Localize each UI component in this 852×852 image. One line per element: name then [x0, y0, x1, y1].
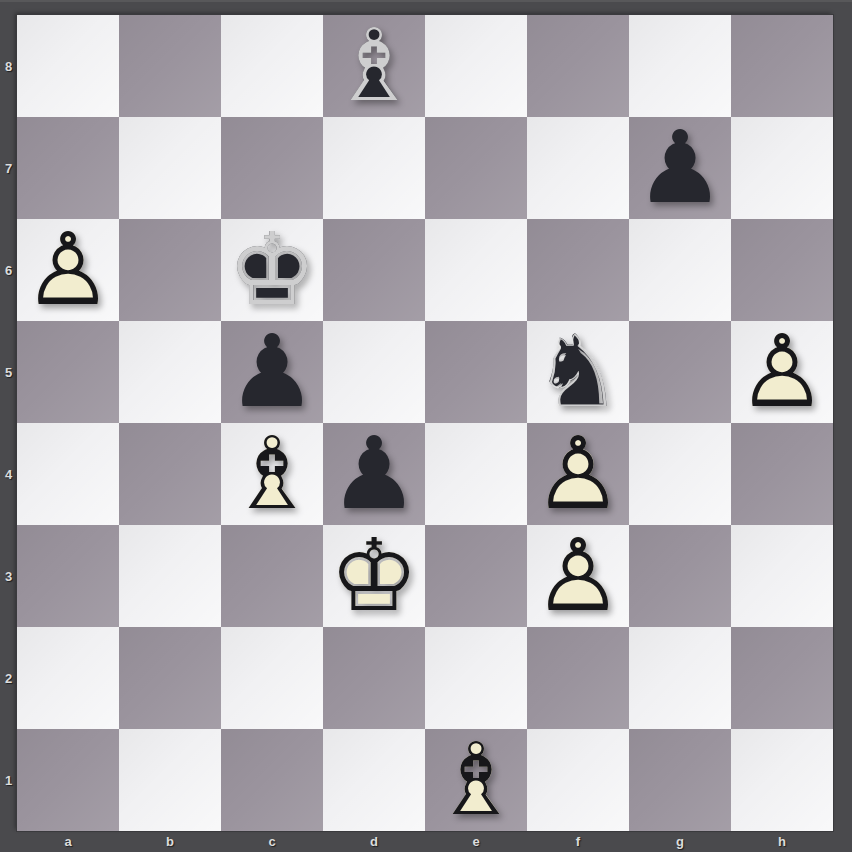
square-d4[interactable]: ♟ [323, 423, 425, 525]
square-f3[interactable]: ♟♙ [527, 525, 629, 627]
black-pawn: ♟ [221, 321, 323, 423]
square-f6[interactable] [527, 219, 629, 321]
square-h4[interactable] [731, 423, 833, 525]
square-b4[interactable] [119, 423, 221, 525]
white-king: ♚♔ [323, 525, 425, 627]
square-e8[interactable] [425, 15, 527, 117]
white-pawn: ♟♙ [731, 321, 833, 423]
white-pawn: ♟♙ [527, 525, 629, 627]
square-g8[interactable] [629, 15, 731, 117]
square-g2[interactable] [629, 627, 731, 729]
chess-board-frame: ♝♗♟♟♙♚♔♟♞♘♟♙♝♗♟♟♙♚♔♟♙♝♗ 87654321 abcdefg… [0, 0, 852, 852]
black-bishop-outline: ♗ [323, 15, 425, 117]
square-e7[interactable] [425, 117, 527, 219]
black-pawn-glyph: ♟ [323, 423, 425, 525]
black-knight-outline: ♘ [527, 321, 629, 423]
black-pawn: ♟ [629, 117, 731, 219]
file-label-h: h [731, 831, 833, 852]
square-d6[interactable] [323, 219, 425, 321]
square-h6[interactable] [731, 219, 833, 321]
square-b8[interactable] [119, 15, 221, 117]
square-d1[interactable] [323, 729, 425, 831]
square-h8[interactable] [731, 15, 833, 117]
square-c4[interactable]: ♝♗ [221, 423, 323, 525]
file-label-a: a [17, 831, 119, 852]
file-label-g: g [629, 831, 731, 852]
white-pawn-outline: ♙ [527, 423, 629, 525]
white-bishop-glyph: ♝ [221, 423, 323, 525]
file-label-d: d [323, 831, 425, 852]
square-f8[interactable] [527, 15, 629, 117]
white-pawn-glyph: ♟ [731, 321, 833, 423]
square-a6[interactable]: ♟♙ [17, 219, 119, 321]
black-knight: ♞♘ [527, 321, 629, 423]
square-a4[interactable] [17, 423, 119, 525]
file-label-f: f [527, 831, 629, 852]
rank-label-1: 1 [0, 729, 17, 831]
chess-board: ♝♗♟♟♙♚♔♟♞♘♟♙♝♗♟♟♙♚♔♟♙♝♗ [17, 15, 833, 831]
black-pawn-glyph: ♟ [629, 117, 731, 219]
black-king-glyph: ♚ [221, 219, 323, 321]
rank-label-8: 8 [0, 15, 17, 117]
square-b6[interactable] [119, 219, 221, 321]
square-b7[interactable] [119, 117, 221, 219]
white-pawn: ♟♙ [17, 219, 119, 321]
square-g1[interactable] [629, 729, 731, 831]
square-h1[interactable] [731, 729, 833, 831]
white-bishop-outline: ♗ [425, 729, 527, 831]
square-c1[interactable] [221, 729, 323, 831]
square-a1[interactable] [17, 729, 119, 831]
square-c5[interactable]: ♟ [221, 321, 323, 423]
square-g5[interactable] [629, 321, 731, 423]
square-c2[interactable] [221, 627, 323, 729]
rank-label-5: 5 [0, 321, 17, 423]
file-label-e: e [425, 831, 527, 852]
square-b3[interactable] [119, 525, 221, 627]
square-g3[interactable] [629, 525, 731, 627]
square-d3[interactable]: ♚♔ [323, 525, 425, 627]
square-d8[interactable]: ♝♗ [323, 15, 425, 117]
square-d5[interactable] [323, 321, 425, 423]
white-pawn-glyph: ♟ [17, 219, 119, 321]
square-e1[interactable]: ♝♗ [425, 729, 527, 831]
rank-label-4: 4 [0, 423, 17, 525]
white-bishop: ♝♗ [221, 423, 323, 525]
rank-label-6: 6 [0, 219, 17, 321]
white-pawn: ♟♙ [527, 423, 629, 525]
square-c3[interactable] [221, 525, 323, 627]
white-pawn-outline: ♙ [17, 219, 119, 321]
black-bishop: ♝♗ [323, 15, 425, 117]
black-bishop-glyph: ♝ [323, 15, 425, 117]
square-f4[interactable]: ♟♙ [527, 423, 629, 525]
white-pawn-glyph: ♟ [527, 423, 629, 525]
black-king-outline: ♔ [221, 219, 323, 321]
white-bishop: ♝♗ [425, 729, 527, 831]
square-e5[interactable] [425, 321, 527, 423]
white-pawn-glyph: ♟ [527, 525, 629, 627]
square-f1[interactable] [527, 729, 629, 831]
square-g7[interactable]: ♟ [629, 117, 731, 219]
square-c8[interactable] [221, 15, 323, 117]
square-a5[interactable] [17, 321, 119, 423]
square-e6[interactable] [425, 219, 527, 321]
square-b2[interactable] [119, 627, 221, 729]
square-f2[interactable] [527, 627, 629, 729]
white-pawn-outline: ♙ [527, 525, 629, 627]
square-b1[interactable] [119, 729, 221, 831]
file-label-b: b [119, 831, 221, 852]
square-a3[interactable] [17, 525, 119, 627]
square-h3[interactable] [731, 525, 833, 627]
square-f5[interactable]: ♞♘ [527, 321, 629, 423]
black-knight-glyph: ♞ [527, 321, 629, 423]
white-king-outline: ♔ [323, 525, 425, 627]
square-a7[interactable] [17, 117, 119, 219]
rank-label-2: 2 [0, 627, 17, 729]
square-e3[interactable] [425, 525, 527, 627]
black-king: ♚♔ [221, 219, 323, 321]
square-f7[interactable] [527, 117, 629, 219]
white-bishop-glyph: ♝ [425, 729, 527, 831]
square-e4[interactable] [425, 423, 527, 525]
square-g6[interactable] [629, 219, 731, 321]
rank-label-3: 3 [0, 525, 17, 627]
file-label-c: c [221, 831, 323, 852]
black-pawn: ♟ [323, 423, 425, 525]
square-h2[interactable] [731, 627, 833, 729]
white-bishop-outline: ♗ [221, 423, 323, 525]
square-e2[interactable] [425, 627, 527, 729]
square-h7[interactable] [731, 117, 833, 219]
square-d2[interactable] [323, 627, 425, 729]
square-b5[interactable] [119, 321, 221, 423]
black-pawn-glyph: ♟ [221, 321, 323, 423]
square-a2[interactable] [17, 627, 119, 729]
square-g4[interactable] [629, 423, 731, 525]
rank-label-7: 7 [0, 117, 17, 219]
square-a8[interactable] [17, 15, 119, 117]
white-king-glyph: ♚ [323, 525, 425, 627]
square-d7[interactable] [323, 117, 425, 219]
square-c7[interactable] [221, 117, 323, 219]
square-c6[interactable]: ♚♔ [221, 219, 323, 321]
white-pawn-outline: ♙ [731, 321, 833, 423]
square-h5[interactable]: ♟♙ [731, 321, 833, 423]
